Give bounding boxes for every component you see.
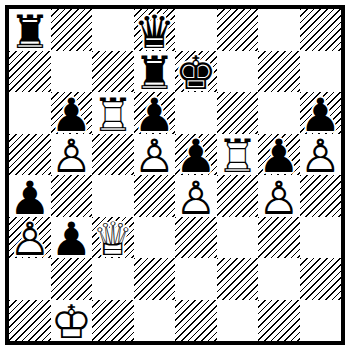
square-e4[interactable]: ♟♙ bbox=[175, 175, 217, 217]
square-c8[interactable] bbox=[92, 9, 134, 51]
square-g6[interactable] bbox=[258, 92, 300, 134]
square-e7[interactable]: ♚♚ bbox=[175, 51, 217, 93]
square-a5[interactable] bbox=[9, 134, 51, 176]
square-h2[interactable] bbox=[300, 258, 342, 300]
square-h6[interactable]: ♟♟ bbox=[300, 92, 342, 134]
white-pawn-icon: ♙ bbox=[9, 216, 50, 262]
square-b2[interactable] bbox=[51, 258, 93, 300]
square-c7[interactable] bbox=[92, 51, 134, 93]
white-queen-c3[interactable]: ♛♕ bbox=[92, 217, 134, 259]
square-g1[interactable] bbox=[258, 300, 300, 342]
square-f6[interactable] bbox=[217, 92, 259, 134]
square-d7[interactable]: ♜♜ bbox=[134, 51, 176, 93]
square-c1[interactable] bbox=[92, 300, 134, 342]
square-d4[interactable] bbox=[134, 175, 176, 217]
white-rook-icon: ♖ bbox=[92, 92, 133, 138]
square-h7[interactable] bbox=[300, 51, 342, 93]
white-pawn-e4[interactable]: ♟♙ bbox=[175, 175, 217, 217]
square-e1[interactable] bbox=[175, 300, 217, 342]
square-f1[interactable] bbox=[217, 300, 259, 342]
square-d5[interactable]: ♟♙ bbox=[134, 134, 176, 176]
square-b7[interactable] bbox=[51, 51, 93, 93]
square-e8[interactable] bbox=[175, 9, 217, 51]
square-h4[interactable] bbox=[300, 175, 342, 217]
square-g4[interactable]: ♟♙ bbox=[258, 175, 300, 217]
square-f3[interactable] bbox=[217, 217, 259, 259]
black-pawn-b3[interactable]: ♟♟ bbox=[51, 217, 93, 259]
black-pawn-b6[interactable]: ♟♟ bbox=[51, 92, 93, 134]
square-f5[interactable]: ♜♖ bbox=[217, 134, 259, 176]
square-h5[interactable]: ♟♙ bbox=[300, 134, 342, 176]
square-a3[interactable]: ♟♙ bbox=[9, 217, 51, 259]
square-c4[interactable] bbox=[92, 175, 134, 217]
white-king-b1[interactable]: ♚♔ bbox=[51, 300, 93, 342]
square-g7[interactable] bbox=[258, 51, 300, 93]
white-rook-c6[interactable]: ♜♖ bbox=[92, 92, 134, 134]
square-b8[interactable] bbox=[51, 9, 93, 51]
square-f4[interactable] bbox=[217, 175, 259, 217]
square-a2[interactable] bbox=[9, 258, 51, 300]
square-c6[interactable]: ♜♖ bbox=[92, 92, 134, 134]
square-e2[interactable] bbox=[175, 258, 217, 300]
square-d2[interactable] bbox=[134, 258, 176, 300]
square-d3[interactable] bbox=[134, 217, 176, 259]
white-pawn-icon: ♙ bbox=[258, 175, 299, 221]
square-a1[interactable] bbox=[9, 300, 51, 342]
black-pawn-h6[interactable]: ♟♟ bbox=[300, 92, 342, 134]
white-pawn-b5[interactable]: ♟♙ bbox=[51, 134, 93, 176]
square-a4[interactable]: ♟♟ bbox=[9, 175, 51, 217]
square-b5[interactable]: ♟♙ bbox=[51, 134, 93, 176]
square-h3[interactable] bbox=[300, 217, 342, 259]
square-e5[interactable]: ♟♟ bbox=[175, 134, 217, 176]
white-queen-icon: ♕ bbox=[92, 216, 133, 262]
chessboard: ♜♜♛♛♜♜♚♚♟♟♜♖♟♟♟♟♟♙♟♙♟♟♜♖♟♟♟♙♟♟♟♙♟♙♟♙♟♟♛♕… bbox=[9, 9, 341, 341]
square-b6[interactable]: ♟♟ bbox=[51, 92, 93, 134]
square-b3[interactable]: ♟♟ bbox=[51, 217, 93, 259]
white-pawn-a3[interactable]: ♟♙ bbox=[9, 217, 51, 259]
black-pawn-g5[interactable]: ♟♟ bbox=[258, 134, 300, 176]
square-g5[interactable]: ♟♟ bbox=[258, 134, 300, 176]
black-king-icon: ♚ bbox=[175, 50, 216, 96]
white-king-icon: ♔ bbox=[51, 299, 92, 345]
black-rook-d7[interactable]: ♜♜ bbox=[134, 51, 176, 93]
black-king-e7[interactable]: ♚♚ bbox=[175, 51, 217, 93]
square-h8[interactable] bbox=[300, 9, 342, 51]
square-b4[interactable] bbox=[51, 175, 93, 217]
white-pawn-d5[interactable]: ♟♙ bbox=[134, 134, 176, 176]
square-h1[interactable] bbox=[300, 300, 342, 342]
square-e3[interactable] bbox=[175, 217, 217, 259]
square-d6[interactable]: ♟♟ bbox=[134, 92, 176, 134]
square-g8[interactable] bbox=[258, 9, 300, 51]
square-c2[interactable] bbox=[92, 258, 134, 300]
white-pawn-h5[interactable]: ♟♙ bbox=[300, 134, 342, 176]
black-pawn-d6[interactable]: ♟♟ bbox=[134, 92, 176, 134]
white-pawn-icon: ♙ bbox=[134, 133, 175, 179]
white-pawn-icon: ♙ bbox=[175, 175, 216, 221]
square-a7[interactable] bbox=[9, 51, 51, 93]
white-pawn-icon: ♙ bbox=[51, 133, 92, 179]
white-rook-icon: ♖ bbox=[217, 133, 258, 179]
chess-diagram: ♜♜♛♛♜♜♚♚♟♟♜♖♟♟♟♟♟♙♟♙♟♟♜♖♟♟♟♙♟♟♟♙♟♙♟♙♟♟♛♕… bbox=[0, 0, 350, 350]
white-rook-f5[interactable]: ♜♖ bbox=[217, 134, 259, 176]
square-f2[interactable] bbox=[217, 258, 259, 300]
black-pawn-icon: ♟ bbox=[51, 216, 92, 262]
square-c5[interactable] bbox=[92, 134, 134, 176]
square-g2[interactable] bbox=[258, 258, 300, 300]
square-e6[interactable] bbox=[175, 92, 217, 134]
square-f8[interactable] bbox=[217, 9, 259, 51]
square-b1[interactable]: ♚♔ bbox=[51, 300, 93, 342]
white-pawn-icon: ♙ bbox=[300, 133, 341, 179]
black-rook-icon: ♜ bbox=[9, 9, 50, 55]
square-d8[interactable]: ♛♛ bbox=[134, 9, 176, 51]
square-g3[interactable] bbox=[258, 217, 300, 259]
board-frame: ♜♜♛♛♜♜♚♚♟♟♜♖♟♟♟♟♟♙♟♙♟♟♜♖♟♟♟♙♟♟♟♙♟♙♟♙♟♟♛♕… bbox=[5, 5, 345, 345]
square-c3[interactable]: ♛♕ bbox=[92, 217, 134, 259]
square-f7[interactable] bbox=[217, 51, 259, 93]
white-pawn-g4[interactable]: ♟♙ bbox=[258, 175, 300, 217]
square-a6[interactable] bbox=[9, 92, 51, 134]
square-d1[interactable] bbox=[134, 300, 176, 342]
square-a8[interactable]: ♜♜ bbox=[9, 9, 51, 51]
black-rook-a8[interactable]: ♜♜ bbox=[9, 9, 51, 51]
black-pawn-a4[interactable]: ♟♟ bbox=[9, 175, 51, 217]
black-queen-d8[interactable]: ♛♛ bbox=[134, 9, 176, 51]
black-pawn-e5[interactable]: ♟♟ bbox=[175, 134, 217, 176]
